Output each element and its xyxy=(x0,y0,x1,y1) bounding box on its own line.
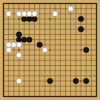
stone-black[interactable] xyxy=(21,16,27,22)
stone-white[interactable] xyxy=(27,11,33,16)
star-point xyxy=(80,80,82,82)
stone-white[interactable] xyxy=(21,11,27,16)
stone-black[interactable] xyxy=(27,16,33,22)
star-point xyxy=(18,49,20,51)
stone-white[interactable] xyxy=(11,42,16,48)
stone-white[interactable] xyxy=(6,42,12,48)
stone-black[interactable] xyxy=(78,27,84,33)
stone-black[interactable] xyxy=(47,78,53,84)
stone-black[interactable] xyxy=(78,16,84,22)
stone-white[interactable] xyxy=(6,47,12,53)
stone-black[interactable] xyxy=(27,37,33,43)
stone-black[interactable] xyxy=(37,42,43,48)
stone-white[interactable] xyxy=(52,11,58,16)
stone-black[interactable] xyxy=(21,37,27,43)
stone-white[interactable] xyxy=(68,6,74,12)
stone-white[interactable] xyxy=(16,42,22,48)
star-point xyxy=(49,18,51,20)
star-point xyxy=(80,49,82,51)
stone-black[interactable] xyxy=(32,16,38,22)
stone-white[interactable] xyxy=(16,78,22,84)
stone-black[interactable] xyxy=(83,78,89,84)
stone-black[interactable] xyxy=(16,37,22,43)
star-point xyxy=(18,18,20,20)
stone-white[interactable] xyxy=(42,47,48,53)
stone-white[interactable] xyxy=(32,11,38,16)
go-board-grid xyxy=(0,0,100,100)
stone-black[interactable] xyxy=(83,47,89,53)
stone-black[interactable] xyxy=(16,32,22,38)
stone-white[interactable] xyxy=(6,11,12,16)
star-point xyxy=(49,49,51,51)
stone-white[interactable] xyxy=(16,52,22,58)
stone-black[interactable] xyxy=(73,78,79,84)
stone-white[interactable] xyxy=(16,11,22,16)
go-board[interactable] xyxy=(0,0,100,100)
